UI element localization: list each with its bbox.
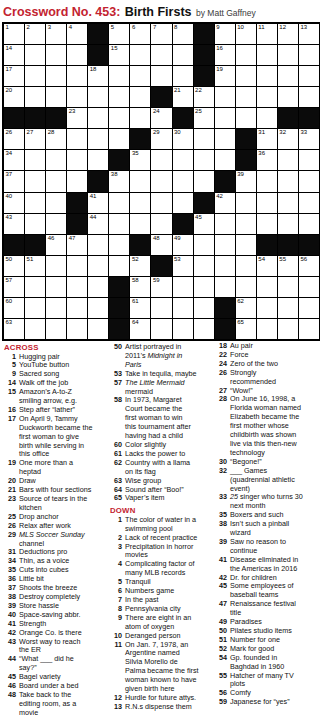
cell-number: 40: [6, 193, 13, 200]
grid-cell[interactable]: [109, 235, 129, 255]
grid-cell[interactable]: [46, 256, 66, 276]
grid-cell[interactable]: [299, 277, 319, 297]
grid-cell[interactable]: [257, 319, 277, 339]
grid-cell[interactable]: [236, 214, 256, 234]
grid-cell[interactable]: [88, 277, 108, 297]
cell-number: 54: [258, 256, 265, 263]
grid-cell[interactable]: [173, 45, 193, 65]
cell-number: 33: [300, 129, 307, 136]
grid-cell[interactable]: [257, 193, 277, 213]
grid-cell[interactable]: 36: [257, 150, 277, 170]
grid-cell[interactable]: [236, 45, 256, 65]
grid-cell[interactable]: [278, 45, 298, 65]
clue-text: The Little Mermaidmermaid: [125, 379, 215, 397]
grid-cell[interactable]: [67, 277, 87, 297]
grid-cell[interactable]: 61: [130, 298, 150, 318]
clue-number: 3: [110, 543, 125, 552]
down-clue-11: 11On Jan. 7, 1978, anArgentine namedSilv…: [110, 641, 215, 694]
grid-cell[interactable]: [278, 150, 298, 170]
grid-cell[interactable]: [215, 256, 235, 276]
grid-cell[interactable]: [215, 235, 235, 255]
clue-text: On April 9, TammyDuckworth became thefir…: [19, 415, 109, 460]
clue-number: 19: [4, 459, 19, 468]
grid-cell[interactable]: [88, 256, 108, 276]
grid-cell[interactable]: [130, 87, 150, 107]
grid-cell[interactable]: [236, 87, 256, 107]
grid-cell[interactable]: [215, 150, 235, 170]
cell-number: 7: [153, 24, 156, 31]
clue-text: In 1973, MargaretCourt became thefirst w…: [125, 396, 215, 441]
clue-text: On Jan. 7, 1978, anArgentine namedSilvia…: [125, 641, 215, 694]
grid-cell[interactable]: [278, 87, 298, 107]
grid-cell[interactable]: [173, 150, 193, 170]
grid-cell[interactable]: 47: [67, 235, 87, 255]
grid-cell[interactable]: [151, 66, 171, 86]
grid-cell[interactable]: [151, 214, 171, 234]
grid-cell[interactable]: [173, 193, 193, 213]
grid-cell[interactable]: 10: [236, 24, 256, 44]
grid-cell[interactable]: [278, 193, 298, 213]
grid-cell[interactable]: 59: [151, 277, 171, 297]
cell-number: 16: [216, 45, 223, 52]
grid-cell[interactable]: [46, 319, 66, 339]
grid-cell[interactable]: [25, 319, 45, 339]
grid-cell[interactable]: 37: [4, 171, 24, 191]
grid-cell[interactable]: [151, 171, 171, 191]
grid-cell[interactable]: [299, 298, 319, 318]
clue-text: Take back to theediting room, as amovie: [19, 691, 109, 718]
grid-cell[interactable]: 52: [130, 256, 150, 276]
clue-text: Amazon’s A-to-Zsmiling arrow, e.g.: [19, 388, 109, 406]
black-square: [194, 24, 214, 44]
grid-cell[interactable]: [257, 277, 277, 297]
grid-cell[interactable]: [299, 193, 319, 213]
grid-cell[interactable]: [194, 235, 214, 255]
cell-number: 27: [27, 129, 34, 136]
grid-cell[interactable]: [25, 87, 45, 107]
grid-cell[interactable]: 53: [173, 256, 193, 276]
grid-cell[interactable]: 9: [215, 24, 235, 44]
grid-cell[interactable]: [130, 171, 150, 191]
grid-cell[interactable]: 40: [4, 193, 24, 213]
grid-cell[interactable]: [109, 66, 129, 86]
grid-cell[interactable]: 43: [4, 214, 24, 234]
cell-number: 29: [153, 129, 160, 136]
grid-cell[interactable]: [257, 108, 277, 128]
grid-cell[interactable]: 39: [236, 171, 256, 191]
grid-cell[interactable]: [67, 256, 87, 276]
grid-cell[interactable]: 7: [151, 24, 171, 44]
grid-cell[interactable]: [257, 298, 277, 318]
down-clue-9: 9There are eight in anatom of oxygen: [110, 614, 215, 632]
grid-cell[interactable]: 28: [46, 129, 66, 149]
clue-number: 62: [110, 459, 125, 468]
black-square: [151, 256, 171, 276]
grid-cell[interactable]: [25, 298, 45, 318]
grid-cell[interactable]: [151, 319, 171, 339]
grid-cell[interactable]: [67, 150, 87, 170]
clue-number: 32: [215, 467, 230, 476]
cell-number: 5: [111, 24, 114, 31]
grid-cell[interactable]: 25: [194, 108, 214, 128]
grid-cell[interactable]: 34: [4, 150, 24, 170]
grid-cell[interactable]: [194, 298, 214, 318]
across-clue-57: 57The Little Mermaidmermaid: [110, 379, 215, 397]
clue-text: Complicating factor ofmany MLB records: [125, 560, 215, 578]
down-clue-54: 54Gp. founded inBaghdad in 1960: [215, 654, 318, 672]
down-clue-38: 38Isn’t such a pinballwizard: [215, 520, 318, 538]
grid-cell[interactable]: [109, 87, 129, 107]
grid-cell[interactable]: [236, 277, 256, 297]
grid-cell[interactable]: 27: [25, 129, 45, 149]
cell-number: 4: [69, 24, 72, 31]
down-clue-47: 47Renaissance festivaltitle: [215, 600, 318, 618]
grid-cell[interactable]: [130, 193, 150, 213]
grid-cell[interactable]: 49: [173, 235, 193, 255]
grid-cell[interactable]: [236, 193, 256, 213]
black-square: [4, 108, 24, 128]
grid-cell[interactable]: [257, 214, 277, 234]
clue-text: MLS Soccer Sundaychannel: [19, 531, 109, 549]
grid-cell[interactable]: [130, 214, 150, 234]
cell-number: 39: [237, 171, 244, 178]
black-square: [299, 108, 319, 128]
grid-cell[interactable]: [236, 66, 256, 86]
down-clue-13: 13R.N.s dispense them: [110, 703, 215, 712]
grid-cell[interactable]: [194, 256, 214, 276]
cell-number: 56: [300, 256, 307, 263]
clue-number: 1: [110, 516, 125, 525]
clue-number: 43: [4, 638, 19, 647]
clue-number: 11: [110, 641, 125, 650]
grid-cell[interactable]: [151, 45, 171, 65]
grid-cell[interactable]: 63: [4, 319, 24, 339]
cell-number: 32: [279, 129, 286, 136]
grid-cell[interactable]: [46, 66, 66, 86]
grid-cell[interactable]: 55: [278, 256, 298, 276]
grid-cell[interactable]: 51: [25, 256, 45, 276]
grid-cell[interactable]: [25, 277, 45, 297]
grid-cell[interactable]: [215, 277, 235, 297]
grid-cell[interactable]: [173, 277, 193, 297]
grid-cell[interactable]: [278, 277, 298, 297]
page-title: Crossword No. 453: Birth Firsts by Matt …: [3, 2, 317, 20]
clue-text: Japanese for “yes”: [230, 698, 318, 707]
grid-cell[interactable]: [236, 235, 256, 255]
clue-column-1: ACROSS1Hugging pair5YouTube button9Sacre…: [4, 343, 109, 718]
grid-cell[interactable]: [299, 214, 319, 234]
clue-number: 23: [4, 495, 19, 504]
across-clue-23: 23Source of tears in thekitchen: [4, 495, 109, 513]
cell-number: 28: [48, 129, 55, 136]
clue-text: Worst way to reachthe ER: [19, 638, 109, 656]
grid-cell[interactable]: [194, 277, 214, 297]
grid-cell[interactable]: [109, 108, 129, 128]
across-clue-48: 48Take back to theediting room, as amovi…: [4, 691, 109, 718]
clue-number: 4: [110, 560, 125, 569]
grid-cell[interactable]: [257, 45, 277, 65]
cell-number: 57: [6, 277, 13, 284]
black-square: [67, 193, 87, 213]
grid-cell[interactable]: [299, 171, 319, 191]
grid-cell[interactable]: [109, 193, 129, 213]
grid-cell[interactable]: 24: [151, 108, 171, 128]
grid-cell[interactable]: [257, 87, 277, 107]
grid-cell[interactable]: [299, 319, 319, 339]
grid-cell[interactable]: 60: [4, 298, 24, 318]
grid-cell[interactable]: [46, 87, 66, 107]
across-clue-62: 62Country with a llamaon its flag: [110, 459, 215, 477]
grid-cell[interactable]: [278, 66, 298, 86]
clue-text: Some employees ofbaseball teams: [230, 582, 318, 600]
grid-cell[interactable]: [215, 87, 235, 107]
grid-cell[interactable]: [46, 171, 66, 191]
clue-number: 13: [110, 703, 125, 712]
grid-cell[interactable]: [194, 319, 214, 339]
grid-cell[interactable]: [278, 171, 298, 191]
grid-cell[interactable]: 42: [215, 193, 235, 213]
cell-number: 61: [132, 298, 139, 305]
clue-number: 17: [4, 415, 19, 424]
grid-cell[interactable]: 57: [4, 277, 24, 297]
grid-cell[interactable]: [194, 171, 214, 191]
grid-cell[interactable]: [46, 214, 66, 234]
grid-cell[interactable]: 22: [194, 87, 214, 107]
grid-cell[interactable]: 18: [88, 66, 108, 86]
grid-cell[interactable]: 31: [257, 129, 277, 149]
grid-cell[interactable]: [88, 108, 108, 128]
grid-cell[interactable]: [88, 150, 108, 170]
grid-cell[interactable]: 16: [215, 45, 235, 65]
grid-cell[interactable]: [67, 66, 87, 86]
grid-cell[interactable]: 46: [46, 235, 66, 255]
grid-cell[interactable]: 15: [109, 45, 129, 65]
grid-cell[interactable]: 1: [4, 24, 24, 44]
grid-cell[interactable]: [173, 319, 193, 339]
grid-cell[interactable]: 2: [25, 24, 45, 44]
grid-cell[interactable]: 29: [151, 129, 171, 149]
grid-cell[interactable]: [151, 150, 171, 170]
black-square: [25, 108, 45, 128]
grid-cell[interactable]: 32: [278, 129, 298, 149]
grid-cell[interactable]: [25, 45, 45, 65]
grid-cell[interactable]: 58: [130, 277, 150, 297]
cell-number: 62: [237, 298, 244, 305]
grid-cell[interactable]: [88, 298, 108, 318]
down-clue-39: 39Saw no reason tocontinue: [215, 538, 318, 556]
grid-cell[interactable]: [236, 108, 256, 128]
cell-number: 14: [6, 45, 13, 52]
grid-cell[interactable]: 54: [257, 256, 277, 276]
grid-cell[interactable]: [46, 150, 66, 170]
grid-cell[interactable]: 56: [299, 256, 319, 276]
cell-number: 49: [174, 235, 181, 242]
cell-number: 25: [195, 108, 202, 115]
clue-text: Gp. founded inBaghdad in 1960: [230, 654, 318, 672]
grid-cell[interactable]: [67, 319, 87, 339]
grid-cell[interactable]: [67, 171, 87, 191]
black-square: [4, 235, 24, 255]
grid-cell[interactable]: [67, 45, 87, 65]
black-square: [88, 45, 108, 65]
grid-cell[interactable]: 14: [4, 45, 24, 65]
grid-cell[interactable]: [130, 108, 150, 128]
clue-number: 15: [4, 388, 19, 397]
grid-cell[interactable]: [299, 45, 319, 65]
grid-cell[interactable]: 50: [4, 256, 24, 276]
clue-number: 45: [215, 582, 230, 591]
grid-cell[interactable]: 62: [236, 298, 256, 318]
grid-cell[interactable]: 8: [173, 24, 193, 44]
cell-number: 18: [90, 66, 97, 73]
grid-cell[interactable]: [299, 150, 319, 170]
clue-number: 58: [110, 396, 125, 405]
grid-cell[interactable]: [299, 87, 319, 107]
clue-number: 29: [4, 531, 19, 540]
grid-cell[interactable]: [236, 256, 256, 276]
grid-cell[interactable]: 48: [151, 235, 171, 255]
clue-text: Artist portrayed in2011’s Midnight inPar…: [125, 343, 215, 370]
grid-cell[interactable]: [88, 87, 108, 107]
clue-number: 44: [4, 655, 19, 664]
grid-cell[interactable]: [151, 298, 171, 318]
cell-number: 20: [6, 87, 13, 94]
black-square: [194, 45, 214, 65]
grid-cell[interactable]: [257, 171, 277, 191]
grid-cell[interactable]: 4: [67, 24, 87, 44]
grid-cell[interactable]: 11: [257, 24, 277, 44]
grid-cell[interactable]: 30: [173, 129, 193, 149]
black-square: [130, 129, 150, 149]
grid-cell[interactable]: [25, 66, 45, 86]
grid-cell[interactable]: 20: [4, 87, 24, 107]
black-square: [215, 171, 235, 191]
grid-cell[interactable]: 23: [67, 108, 87, 128]
cell-number: 37: [6, 171, 13, 178]
clue-text: 25 singer who turns 30next month: [230, 493, 318, 511]
black-square: [194, 193, 214, 213]
cell-number: 26: [6, 129, 13, 136]
grid-cell[interactable]: [88, 319, 108, 339]
grid-cell[interactable]: [257, 66, 277, 86]
grid-cell[interactable]: [46, 277, 66, 297]
grid-cell[interactable]: [25, 193, 45, 213]
grid-cell[interactable]: [173, 66, 193, 86]
grid-cell[interactable]: [194, 129, 214, 149]
clue-number: 28: [215, 395, 230, 404]
grid-cell[interactable]: [278, 214, 298, 234]
grid-cell[interactable]: 44: [88, 214, 108, 234]
grid-cell[interactable]: [88, 129, 108, 149]
grid-cell[interactable]: 5: [109, 24, 129, 44]
grid-cell[interactable]: [46, 45, 66, 65]
grid-cell[interactable]: [215, 214, 235, 234]
grid-cell[interactable]: 17: [4, 66, 24, 86]
cell-number: 31: [258, 129, 265, 136]
grid-cell[interactable]: [109, 256, 129, 276]
grid-cell[interactable]: [67, 87, 87, 107]
grid-cell[interactable]: 3: [46, 24, 66, 44]
clue-number: 38: [215, 520, 230, 529]
grid-cell[interactable]: 21: [173, 87, 193, 107]
clue-column-3: 18Au pair22Force24Zero of the two26Stron…: [215, 342, 318, 707]
grid-cell[interactable]: [278, 319, 298, 339]
grid-cell[interactable]: [46, 193, 66, 213]
grid-cell[interactable]: [194, 150, 214, 170]
grid-cell[interactable]: 41: [88, 193, 108, 213]
grid-cell[interactable]: 45: [194, 214, 214, 234]
grid-cell[interactable]: 12: [278, 24, 298, 44]
grid-cell[interactable]: [88, 235, 108, 255]
grid-cell[interactable]: [46, 298, 66, 318]
title-name: Birth Firsts: [125, 5, 192, 19]
clue-number: 50: [110, 343, 125, 352]
grid-cell[interactable]: [215, 108, 235, 128]
clue-text: Hatcher of many TVplots: [230, 672, 318, 690]
down-clue-4: 4Complicating factor ofmany MLB records: [110, 560, 215, 578]
grid-cell[interactable]: [25, 214, 45, 234]
grid-cell[interactable]: 33: [299, 129, 319, 149]
clue-text: Isn’t such a pinballwizard: [230, 520, 318, 538]
grid-cell[interactable]: 35: [130, 150, 150, 170]
grid-cell[interactable]: [67, 298, 87, 318]
clue-number: 48: [4, 691, 19, 700]
grid-cell[interactable]: [299, 66, 319, 86]
black-square: [257, 235, 277, 255]
across-clue-58: 58In 1973, MargaretCourt became thefirst…: [110, 396, 215, 441]
across-clue-44: 44“What ___ did hesay?”: [4, 655, 109, 673]
grid-cell[interactable]: [215, 129, 235, 149]
grid-cell[interactable]: [278, 298, 298, 318]
grid-cell[interactable]: [25, 171, 45, 191]
grid-cell[interactable]: [109, 214, 129, 234]
grid-cell[interactable]: 19: [215, 66, 235, 86]
cell-number: 6: [132, 24, 135, 31]
black-square: [194, 66, 214, 86]
grid-cell[interactable]: 13: [299, 24, 319, 44]
down-clue-26: 26Stronglyrecommended: [215, 369, 318, 387]
grid-cell[interactable]: [130, 45, 150, 65]
grid-cell[interactable]: [130, 66, 150, 86]
clue-text: Disease eliminated inthe Americas in 201…: [230, 556, 318, 574]
grid-cell[interactable]: [173, 171, 193, 191]
down-clue-28: 28On June 16, 1998, aFlorida woman named…: [215, 395, 318, 457]
clue-number: 26: [215, 369, 230, 378]
black-square: [109, 298, 129, 318]
grid-cell[interactable]: [151, 193, 171, 213]
cell-number: 24: [153, 108, 160, 115]
cell-number: 60: [6, 298, 13, 305]
grid-cell[interactable]: [67, 129, 87, 149]
clue-number: 41: [215, 556, 230, 565]
down-clue-3: 3Precipitation in horrormovies: [110, 543, 215, 561]
crossword-page: Crossword No. 453: Birth Firsts by Matt …: [0, 0, 320, 718]
cell-number: 36: [258, 150, 265, 157]
grid-cell[interactable]: 65: [236, 319, 256, 339]
black-square: [88, 171, 108, 191]
cell-number: 58: [132, 277, 139, 284]
black-square: [173, 214, 193, 234]
grid-cell[interactable]: [25, 150, 45, 170]
grid-cell[interactable]: [173, 298, 193, 318]
grid-cell[interactable]: 64: [130, 319, 150, 339]
grid-cell[interactable]: 26: [4, 129, 24, 149]
grid-cell[interactable]: 38: [109, 171, 129, 191]
grid-cell[interactable]: 6: [130, 24, 150, 44]
black-square: [67, 214, 87, 234]
black-square: [278, 235, 298, 255]
grid-cell[interactable]: [109, 129, 129, 149]
